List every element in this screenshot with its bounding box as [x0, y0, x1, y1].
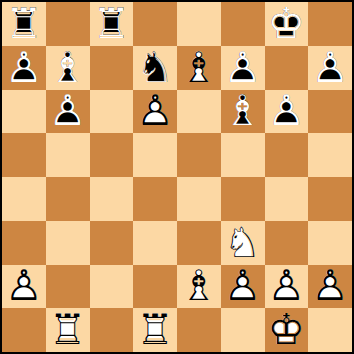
square-c4[interactable] — [90, 177, 134, 221]
piece-outline-glyph: ♔ — [265, 2, 309, 46]
square-g1[interactable]: ♚♔ — [265, 308, 309, 352]
white-king-piece[interactable]: ♚♔ — [265, 308, 309, 352]
black-king-piece[interactable]: ♚♔ — [265, 2, 309, 46]
piece-outline-glyph: ♙ — [46, 90, 90, 134]
square-b1[interactable]: ♜♖ — [46, 308, 90, 352]
square-h3[interactable] — [308, 221, 352, 265]
white-pawn-piece[interactable]: ♟♙ — [265, 265, 309, 309]
piece-outline-glyph: ♖ — [133, 308, 177, 352]
square-f2[interactable]: ♟♙ — [221, 265, 265, 309]
white-bishop-piece[interactable]: ♝♗ — [177, 46, 221, 90]
square-g5[interactable] — [265, 133, 309, 177]
piece-fill-glyph: ♟ — [221, 265, 265, 309]
piece-fill-glyph: ♟ — [2, 265, 46, 309]
square-d4[interactable] — [133, 177, 177, 221]
white-bishop-piece[interactable]: ♝♗ — [177, 265, 221, 309]
square-a4[interactable] — [2, 177, 46, 221]
piece-fill-glyph: ♟ — [2, 46, 46, 90]
black-pawn-piece[interactable]: ♟♙ — [46, 90, 90, 134]
black-rook-piece[interactable]: ♜♖ — [2, 2, 46, 46]
square-g3[interactable] — [265, 221, 309, 265]
piece-fill-glyph: ♞ — [221, 221, 265, 265]
black-pawn-piece[interactable]: ♟♙ — [308, 46, 352, 90]
piece-outline-glyph: ♗ — [221, 90, 265, 134]
piece-fill-glyph: ♜ — [2, 2, 46, 46]
square-f6[interactable]: ♝♗ — [221, 90, 265, 134]
square-f8[interactable] — [221, 2, 265, 46]
piece-outline-glyph: ♙ — [265, 265, 309, 309]
square-d3[interactable] — [133, 221, 177, 265]
piece-fill-glyph: ♜ — [90, 2, 134, 46]
square-h1[interactable] — [308, 308, 352, 352]
white-pawn-piece[interactable]: ♟♙ — [2, 265, 46, 309]
square-b8[interactable] — [46, 2, 90, 46]
square-g2[interactable]: ♟♙ — [265, 265, 309, 309]
square-a3[interactable] — [2, 221, 46, 265]
square-e8[interactable] — [177, 2, 221, 46]
square-h7[interactable]: ♟♙ — [308, 46, 352, 90]
piece-fill-glyph: ♟ — [308, 46, 352, 90]
square-f3[interactable]: ♞♘ — [221, 221, 265, 265]
square-b6[interactable]: ♟♙ — [46, 90, 90, 134]
square-c5[interactable] — [90, 133, 134, 177]
black-pawn-piece[interactable]: ♟♙ — [2, 46, 46, 90]
piece-fill-glyph: ♟ — [265, 90, 309, 134]
piece-outline-glyph: ♖ — [90, 2, 134, 46]
white-rook-piece[interactable]: ♜♖ — [133, 308, 177, 352]
square-d2[interactable] — [133, 265, 177, 309]
piece-fill-glyph: ♜ — [46, 308, 90, 352]
piece-fill-glyph: ♞ — [133, 46, 177, 90]
square-d1[interactable]: ♜♖ — [133, 308, 177, 352]
square-e2[interactable]: ♝♗ — [177, 265, 221, 309]
square-e1[interactable] — [177, 308, 221, 352]
square-d5[interactable] — [133, 133, 177, 177]
piece-outline-glyph: ♗ — [46, 46, 90, 90]
piece-fill-glyph: ♟ — [265, 265, 309, 309]
piece-outline-glyph: ♖ — [46, 308, 90, 352]
square-c1[interactable] — [90, 308, 134, 352]
square-b5[interactable] — [46, 133, 90, 177]
white-pawn-piece[interactable]: ♟♙ — [133, 90, 177, 134]
piece-outline-glyph: ♗ — [177, 46, 221, 90]
white-rook-piece[interactable]: ♜♖ — [46, 308, 90, 352]
square-d6[interactable]: ♟♙ — [133, 90, 177, 134]
square-g8[interactable]: ♚♔ — [265, 2, 309, 46]
square-a1[interactable] — [2, 308, 46, 352]
piece-fill-glyph: ♟ — [221, 46, 265, 90]
square-a8[interactable]: ♜♖ — [2, 2, 46, 46]
piece-outline-glyph: ♙ — [2, 46, 46, 90]
black-knight-piece[interactable]: ♞♘ — [133, 46, 177, 90]
square-e5[interactable] — [177, 133, 221, 177]
square-h6[interactable] — [308, 90, 352, 134]
square-a6[interactable] — [2, 90, 46, 134]
square-a7[interactable]: ♟♙ — [2, 46, 46, 90]
square-g7[interactable] — [265, 46, 309, 90]
piece-outline-glyph: ♙ — [133, 90, 177, 134]
piece-fill-glyph: ♜ — [133, 308, 177, 352]
piece-outline-glyph: ♙ — [221, 265, 265, 309]
white-pawn-piece[interactable]: ♟♙ — [221, 265, 265, 309]
square-b7[interactable]: ♝♗ — [46, 46, 90, 90]
piece-fill-glyph: ♝ — [177, 265, 221, 309]
black-bishop-piece[interactable]: ♝♗ — [46, 46, 90, 90]
square-e7[interactable]: ♝♗ — [177, 46, 221, 90]
piece-outline-glyph: ♙ — [221, 46, 265, 90]
piece-fill-glyph: ♟ — [133, 90, 177, 134]
square-f7[interactable]: ♟♙ — [221, 46, 265, 90]
board-frame: ♜♖♜♖♚♔♟♙♝♗♞♘♝♗♟♙♟♙♟♙♟♙♝♗♟♙♞♘♟♙♝♗♟♙♟♙♟♙♜♖… — [0, 0, 354, 354]
piece-outline-glyph: ♘ — [133, 46, 177, 90]
square-e6[interactable] — [177, 90, 221, 134]
square-d7[interactable]: ♞♘ — [133, 46, 177, 90]
square-f1[interactable] — [221, 308, 265, 352]
square-c7[interactable] — [90, 46, 134, 90]
black-rook-piece[interactable]: ♜♖ — [90, 2, 134, 46]
piece-outline-glyph: ♙ — [308, 46, 352, 90]
square-f4[interactable] — [221, 177, 265, 221]
piece-outline-glyph: ♙ — [308, 265, 352, 309]
black-pawn-piece[interactable]: ♟♙ — [221, 46, 265, 90]
piece-fill-glyph: ♟ — [308, 265, 352, 309]
white-pawn-piece[interactable]: ♟♙ — [308, 265, 352, 309]
square-h4[interactable] — [308, 177, 352, 221]
piece-outline-glyph: ♘ — [221, 221, 265, 265]
square-h5[interactable] — [308, 133, 352, 177]
square-h8[interactable] — [308, 2, 352, 46]
square-c8[interactable]: ♜♖ — [90, 2, 134, 46]
piece-outline-glyph: ♙ — [2, 265, 46, 309]
square-f5[interactable] — [221, 133, 265, 177]
piece-outline-glyph: ♗ — [177, 265, 221, 309]
black-pawn-piece[interactable]: ♟♙ — [265, 90, 309, 134]
white-knight-piece[interactable]: ♞♘ — [221, 221, 265, 265]
square-b4[interactable] — [46, 177, 90, 221]
square-c6[interactable] — [90, 90, 134, 134]
square-a5[interactable] — [2, 133, 46, 177]
piece-fill-glyph: ♟ — [46, 90, 90, 134]
square-e3[interactable] — [177, 221, 221, 265]
black-bishop-piece[interactable]: ♝♗ — [221, 90, 265, 134]
square-g6[interactable]: ♟♙ — [265, 90, 309, 134]
square-b3[interactable] — [46, 221, 90, 265]
piece-outline-glyph: ♙ — [265, 90, 309, 134]
piece-outline-glyph: ♖ — [2, 2, 46, 46]
square-c3[interactable] — [90, 221, 134, 265]
chess-board: ♜♖♜♖♚♔♟♙♝♗♞♘♝♗♟♙♟♙♟♙♟♙♝♗♟♙♞♘♟♙♝♗♟♙♟♙♟♙♜♖… — [2, 2, 352, 352]
square-b2[interactable] — [46, 265, 90, 309]
square-g4[interactable] — [265, 177, 309, 221]
square-c2[interactable] — [90, 265, 134, 309]
piece-fill-glyph: ♝ — [46, 46, 90, 90]
piece-fill-glyph: ♚ — [265, 2, 309, 46]
square-a2[interactable]: ♟♙ — [2, 265, 46, 309]
piece-fill-glyph: ♝ — [221, 90, 265, 134]
square-h2[interactable]: ♟♙ — [308, 265, 352, 309]
piece-fill-glyph: ♚ — [265, 308, 309, 352]
square-d8[interactable] — [133, 2, 177, 46]
piece-fill-glyph: ♝ — [177, 46, 221, 90]
square-e4[interactable] — [177, 177, 221, 221]
piece-outline-glyph: ♔ — [265, 308, 309, 352]
